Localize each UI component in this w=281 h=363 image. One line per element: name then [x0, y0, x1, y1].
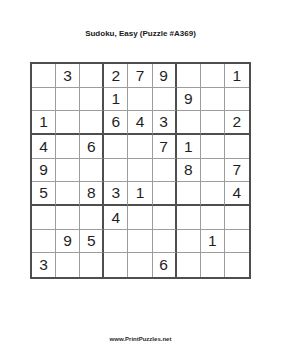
cell-r5c3 [80, 159, 104, 183]
cell-r7c5 [128, 206, 152, 230]
cell-r4c8 [201, 135, 225, 159]
cell-r3c6: 3 [153, 111, 177, 135]
cell-r7c7 [177, 206, 201, 230]
cell-r5c6 [153, 159, 177, 183]
cell-r2c7: 9 [177, 88, 201, 112]
cell-r6c6 [153, 182, 177, 206]
cell-r8c1 [32, 230, 56, 254]
cell-r1c2: 3 [56, 64, 80, 88]
cell-r5c7: 8 [177, 159, 201, 183]
cell-r6c3: 8 [80, 182, 104, 206]
footer-url: www.PrintPuzzles.net [0, 336, 281, 342]
cell-r3c1: 1 [32, 111, 56, 135]
cell-r4c5 [128, 135, 152, 159]
cell-r8c6 [153, 230, 177, 254]
cell-r3c2 [56, 111, 80, 135]
cell-r6c1: 5 [32, 182, 56, 206]
cell-r2c4: 1 [104, 88, 128, 112]
cell-r1c3 [80, 64, 104, 88]
cell-r8c9 [225, 230, 249, 254]
cell-r8c8: 1 [201, 230, 225, 254]
cell-r3c4: 6 [104, 111, 128, 135]
cell-r8c2: 9 [56, 230, 80, 254]
cell-r1c9: 1 [225, 64, 249, 88]
cell-r4c7: 1 [177, 135, 201, 159]
cell-r4c9 [225, 135, 249, 159]
cell-r7c2 [56, 206, 80, 230]
cell-r9c1: 3 [32, 253, 56, 277]
cell-r3c7 [177, 111, 201, 135]
cell-r1c4: 2 [104, 64, 128, 88]
cell-r6c5: 1 [128, 182, 152, 206]
cell-r2c1 [32, 88, 56, 112]
cell-r4c3: 6 [80, 135, 104, 159]
cell-r5c5 [128, 159, 152, 183]
cell-r5c4 [104, 159, 128, 183]
cell-r9c5 [128, 253, 152, 277]
cell-r6c8 [201, 182, 225, 206]
cell-r1c7 [177, 64, 201, 88]
cell-r5c9: 7 [225, 159, 249, 183]
cell-r8c4 [104, 230, 128, 254]
cell-r4c6: 7 [153, 135, 177, 159]
sudoku-board: 327911916432467198758314495136 [30, 62, 251, 279]
cell-r9c8 [201, 253, 225, 277]
cell-r4c4 [104, 135, 128, 159]
cell-r7c9 [225, 206, 249, 230]
cell-r2c6 [153, 88, 177, 112]
cell-r1c8 [201, 64, 225, 88]
cell-r2c9 [225, 88, 249, 112]
cell-r4c1: 4 [32, 135, 56, 159]
cell-r8c5 [128, 230, 152, 254]
cell-r1c5: 7 [128, 64, 152, 88]
cell-r3c9: 2 [225, 111, 249, 135]
cell-r6c4: 3 [104, 182, 128, 206]
cell-r5c8 [201, 159, 225, 183]
cell-r9c3 [80, 253, 104, 277]
page-title: Sudoku, Easy (Puzzle #A369) [0, 29, 281, 38]
cell-r7c1 [32, 206, 56, 230]
cell-r3c8 [201, 111, 225, 135]
cell-r3c3 [80, 111, 104, 135]
cell-r5c1: 9 [32, 159, 56, 183]
cell-r6c7 [177, 182, 201, 206]
cell-r9c4 [104, 253, 128, 277]
cell-r7c8 [201, 206, 225, 230]
cell-r9c9 [225, 253, 249, 277]
cell-r6c9: 4 [225, 182, 249, 206]
cell-r7c6 [153, 206, 177, 230]
cell-r2c5 [128, 88, 152, 112]
cell-r7c3 [80, 206, 104, 230]
cell-r2c3 [80, 88, 104, 112]
cell-r2c8 [201, 88, 225, 112]
cell-r2c2 [56, 88, 80, 112]
cell-r8c7 [177, 230, 201, 254]
cell-r3c5: 4 [128, 111, 152, 135]
cell-r5c2 [56, 159, 80, 183]
cell-r8c3: 5 [80, 230, 104, 254]
cell-r7c4: 4 [104, 206, 128, 230]
cell-r6c2 [56, 182, 80, 206]
printable-sudoku-page: Sudoku, Easy (Puzzle #A369) 327911916432… [0, 0, 281, 363]
cell-r1c1 [32, 64, 56, 88]
cell-r9c2 [56, 253, 80, 277]
cell-r1c6: 9 [153, 64, 177, 88]
cell-r9c6: 6 [153, 253, 177, 277]
cell-r4c2 [56, 135, 80, 159]
cell-r9c7 [177, 253, 201, 277]
